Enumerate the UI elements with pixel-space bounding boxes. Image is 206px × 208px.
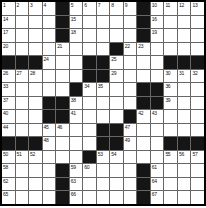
white-cell[interactable] bbox=[97, 97, 110, 110]
white-cell[interactable] bbox=[83, 29, 96, 42]
clue-number: 41 bbox=[71, 110, 76, 116]
white-cell[interactable]: 29 bbox=[110, 70, 123, 83]
white-cell[interactable] bbox=[29, 97, 42, 110]
white-cell[interactable]: 38 bbox=[70, 97, 83, 110]
white-cell[interactable] bbox=[56, 137, 69, 150]
black-cell bbox=[137, 16, 150, 29]
clue-number: 14 bbox=[3, 16, 8, 22]
white-cell[interactable] bbox=[70, 137, 83, 150]
black-cell bbox=[178, 137, 191, 150]
white-cell[interactable]: 56 bbox=[178, 151, 191, 164]
black-cell bbox=[56, 164, 69, 177]
white-cell[interactable]: 28 bbox=[29, 70, 42, 83]
crossword-grid[interactable]: 1234567891011121314151617181920212223242… bbox=[0, 0, 206, 206]
clue-number: 9 bbox=[125, 2, 127, 8]
white-cell[interactable] bbox=[29, 83, 42, 96]
white-cell[interactable]: 27 bbox=[16, 70, 29, 83]
black-cell bbox=[70, 83, 83, 96]
clue-number: 19 bbox=[152, 29, 157, 35]
white-cell[interactable]: 10 bbox=[151, 2, 164, 15]
black-cell bbox=[191, 137, 204, 150]
white-cell[interactable] bbox=[178, 43, 191, 56]
white-cell[interactable] bbox=[137, 137, 150, 150]
clue-number: 28 bbox=[30, 70, 35, 76]
white-cell[interactable] bbox=[56, 83, 69, 96]
white-cell[interactable] bbox=[16, 43, 29, 56]
clue-number: 62 bbox=[3, 178, 8, 184]
white-cell[interactable]: 45 bbox=[43, 124, 56, 137]
black-cell bbox=[56, 191, 69, 204]
white-cell[interactable] bbox=[124, 83, 137, 96]
clue-number: 43 bbox=[152, 110, 157, 116]
white-cell[interactable] bbox=[164, 164, 177, 177]
white-cell[interactable] bbox=[110, 110, 123, 123]
clue-number: 7 bbox=[98, 2, 100, 8]
white-cell[interactable] bbox=[191, 97, 204, 110]
clue-number: 22 bbox=[125, 43, 130, 49]
white-cell[interactable] bbox=[164, 191, 177, 204]
white-cell[interactable]: 60 bbox=[83, 164, 96, 177]
white-cell[interactable]: 3 bbox=[29, 2, 42, 15]
clue-number: 52 bbox=[30, 151, 35, 157]
white-cell[interactable]: 59 bbox=[70, 164, 83, 177]
white-cell[interactable] bbox=[124, 70, 137, 83]
white-cell[interactable]: 11 bbox=[164, 2, 177, 15]
white-cell[interactable]: 42 bbox=[137, 110, 150, 123]
black-cell bbox=[137, 178, 150, 191]
white-cell[interactable]: 63 bbox=[70, 178, 83, 191]
white-cell[interactable]: 44 bbox=[2, 124, 15, 137]
white-cell[interactable]: 5 bbox=[70, 2, 83, 15]
clue-number: 31 bbox=[179, 70, 184, 76]
white-cell[interactable]: 17 bbox=[2, 29, 15, 42]
black-cell bbox=[151, 83, 164, 96]
clue-number: 59 bbox=[71, 164, 76, 170]
white-cell[interactable] bbox=[70, 151, 83, 164]
white-cell[interactable]: 62 bbox=[2, 178, 15, 191]
white-cell[interactable]: 4 bbox=[43, 2, 56, 15]
clue-number: 21 bbox=[57, 43, 62, 49]
white-cell[interactable] bbox=[164, 43, 177, 56]
white-cell[interactable] bbox=[191, 29, 204, 42]
clue-number: 15 bbox=[71, 16, 76, 22]
clue-number: 54 bbox=[111, 151, 116, 157]
clue-number: 23 bbox=[138, 43, 143, 49]
clue-number: 65 bbox=[3, 191, 8, 197]
white-cell[interactable]: 19 bbox=[151, 29, 164, 42]
white-cell[interactable] bbox=[151, 43, 164, 56]
white-cell[interactable]: 46 bbox=[56, 124, 69, 137]
clue-number: 45 bbox=[44, 124, 49, 130]
white-cell[interactable] bbox=[178, 83, 191, 96]
black-cell bbox=[110, 124, 123, 137]
white-cell[interactable]: 23 bbox=[137, 43, 150, 56]
white-cell[interactable] bbox=[124, 191, 137, 204]
white-cell[interactable] bbox=[70, 43, 83, 56]
clue-number: 56 bbox=[179, 151, 184, 157]
black-cell bbox=[97, 137, 110, 150]
black-cell bbox=[83, 56, 96, 69]
black-cell bbox=[178, 56, 191, 69]
clue-number: 2 bbox=[17, 2, 19, 8]
white-cell[interactable] bbox=[83, 43, 96, 56]
white-cell[interactable] bbox=[16, 29, 29, 42]
white-cell[interactable] bbox=[124, 151, 137, 164]
black-cell bbox=[110, 137, 123, 150]
clue-number: 37 bbox=[3, 97, 8, 103]
clue-number: 57 bbox=[192, 151, 197, 157]
white-cell[interactable] bbox=[16, 178, 29, 191]
white-cell[interactable] bbox=[110, 83, 123, 96]
white-cell[interactable] bbox=[43, 16, 56, 29]
white-cell[interactable] bbox=[151, 70, 164, 83]
white-cell[interactable] bbox=[137, 70, 150, 83]
white-cell[interactable]: 20 bbox=[2, 43, 15, 56]
white-cell[interactable] bbox=[151, 151, 164, 164]
white-cell[interactable] bbox=[110, 178, 123, 191]
white-cell[interactable] bbox=[16, 110, 29, 123]
white-cell[interactable] bbox=[29, 43, 42, 56]
white-cell[interactable] bbox=[56, 70, 69, 83]
black-cell bbox=[29, 56, 42, 69]
white-cell[interactable] bbox=[43, 70, 56, 83]
white-cell[interactable] bbox=[16, 83, 29, 96]
black-cell bbox=[124, 110, 137, 123]
clue-number: 50 bbox=[3, 151, 8, 157]
white-cell[interactable]: 65 bbox=[2, 191, 15, 204]
white-cell[interactable] bbox=[151, 56, 164, 69]
clue-number: 47 bbox=[125, 124, 130, 130]
white-cell[interactable]: 55 bbox=[164, 151, 177, 164]
white-cell[interactable] bbox=[16, 124, 29, 137]
black-cell bbox=[164, 56, 177, 69]
white-cell[interactable] bbox=[164, 124, 177, 137]
clue-number: 16 bbox=[152, 16, 157, 22]
black-cell bbox=[97, 70, 110, 83]
white-cell[interactable]: 13 bbox=[191, 2, 204, 15]
clue-number: 25 bbox=[111, 56, 116, 62]
white-cell[interactable] bbox=[151, 124, 164, 137]
clue-number: 34 bbox=[84, 83, 89, 89]
black-cell bbox=[83, 70, 96, 83]
clue-number: 11 bbox=[165, 2, 170, 8]
clue-number: 36 bbox=[165, 83, 170, 89]
black-cell bbox=[29, 137, 42, 150]
white-cell[interactable] bbox=[178, 191, 191, 204]
clue-number: 20 bbox=[3, 43, 8, 49]
white-cell[interactable] bbox=[16, 191, 29, 204]
white-cell[interactable] bbox=[124, 97, 137, 110]
white-cell[interactable] bbox=[191, 16, 204, 29]
white-cell[interactable]: 51 bbox=[16, 151, 29, 164]
white-cell[interactable] bbox=[164, 29, 177, 42]
white-cell[interactable]: 18 bbox=[70, 29, 83, 42]
white-cell[interactable] bbox=[56, 56, 69, 69]
black-cell bbox=[164, 137, 177, 150]
white-cell[interactable]: 43 bbox=[151, 110, 164, 123]
white-cell[interactable] bbox=[83, 110, 96, 123]
clue-number: 30 bbox=[165, 70, 170, 76]
clue-number: 39 bbox=[165, 97, 170, 103]
white-cell[interactable]: 33 bbox=[2, 83, 15, 96]
clue-number: 42 bbox=[138, 110, 143, 116]
white-cell[interactable] bbox=[16, 164, 29, 177]
white-cell[interactable]: 16 bbox=[151, 16, 164, 29]
white-cell[interactable] bbox=[110, 16, 123, 29]
white-cell[interactable]: 7 bbox=[97, 2, 110, 15]
white-cell[interactable] bbox=[56, 151, 69, 164]
clue-number: 26 bbox=[3, 70, 8, 76]
white-cell[interactable] bbox=[97, 43, 110, 56]
white-cell[interactable] bbox=[70, 124, 83, 137]
white-cell[interactable] bbox=[83, 16, 96, 29]
white-cell[interactable] bbox=[83, 191, 96, 204]
black-cell bbox=[16, 56, 29, 69]
clue-number: 53 bbox=[98, 151, 103, 157]
white-cell[interactable] bbox=[97, 191, 110, 204]
clue-number: 38 bbox=[71, 97, 76, 103]
clue-number: 51 bbox=[17, 151, 22, 157]
white-cell[interactable] bbox=[29, 29, 42, 42]
white-cell[interactable] bbox=[97, 29, 110, 42]
white-cell[interactable]: 8 bbox=[110, 2, 123, 15]
white-cell[interactable] bbox=[164, 16, 177, 29]
white-cell[interactable]: 40 bbox=[2, 110, 15, 123]
white-cell[interactable]: 25 bbox=[110, 56, 123, 69]
white-cell[interactable]: 52 bbox=[29, 151, 42, 164]
white-cell[interactable] bbox=[70, 70, 83, 83]
white-cell[interactable] bbox=[43, 164, 56, 177]
clue-number: 60 bbox=[84, 164, 89, 170]
white-cell[interactable] bbox=[97, 16, 110, 29]
white-cell[interactable] bbox=[137, 56, 150, 69]
black-cell bbox=[43, 110, 56, 123]
clue-number: 46 bbox=[57, 124, 62, 130]
white-cell[interactable] bbox=[191, 110, 204, 123]
white-cell[interactable]: 47 bbox=[124, 124, 137, 137]
white-cell[interactable] bbox=[137, 124, 150, 137]
black-cell bbox=[110, 43, 123, 56]
black-cell bbox=[97, 124, 110, 137]
clue-number: 49 bbox=[125, 137, 130, 143]
white-cell[interactable]: 26 bbox=[2, 70, 15, 83]
clue-number: 55 bbox=[165, 151, 170, 157]
clue-number: 12 bbox=[179, 2, 184, 8]
black-cell bbox=[2, 137, 15, 150]
white-cell[interactable]: 9 bbox=[124, 2, 137, 15]
white-cell[interactable] bbox=[191, 43, 204, 56]
black-cell bbox=[151, 97, 164, 110]
clue-number: 44 bbox=[3, 124, 8, 130]
white-cell[interactable] bbox=[178, 97, 191, 110]
clue-number: 64 bbox=[152, 178, 157, 184]
clue-number: 32 bbox=[192, 70, 197, 76]
white-cell[interactable] bbox=[29, 16, 42, 29]
white-cell[interactable]: 57 bbox=[191, 151, 204, 164]
white-cell[interactable]: 64 bbox=[151, 178, 164, 191]
white-cell[interactable] bbox=[70, 56, 83, 69]
white-cell[interactable] bbox=[191, 124, 204, 137]
white-cell[interactable] bbox=[29, 110, 42, 123]
black-cell bbox=[56, 2, 69, 15]
white-cell[interactable]: 12 bbox=[178, 2, 191, 15]
white-cell[interactable] bbox=[83, 97, 96, 110]
clue-number: 58 bbox=[3, 164, 8, 170]
white-cell[interactable] bbox=[191, 164, 204, 177]
white-cell[interactable]: 30 bbox=[164, 70, 177, 83]
white-cell[interactable] bbox=[151, 137, 164, 150]
white-cell[interactable] bbox=[178, 178, 191, 191]
clue-number: 1 bbox=[3, 2, 5, 8]
black-cell bbox=[56, 97, 69, 110]
black-cell bbox=[83, 151, 96, 164]
white-cell[interactable] bbox=[43, 29, 56, 42]
white-cell[interactable]: 22 bbox=[124, 43, 137, 56]
black-cell bbox=[43, 97, 56, 110]
black-cell bbox=[97, 56, 110, 69]
white-cell[interactable] bbox=[191, 178, 204, 191]
white-cell[interactable]: 50 bbox=[2, 151, 15, 164]
white-cell[interactable] bbox=[43, 178, 56, 191]
clue-number: 4 bbox=[44, 2, 46, 8]
white-cell[interactable]: 14 bbox=[2, 16, 15, 29]
white-cell[interactable]: 49 bbox=[124, 137, 137, 150]
clue-number: 13 bbox=[192, 2, 197, 8]
clue-number: 5 bbox=[71, 2, 73, 8]
white-cell[interactable] bbox=[178, 16, 191, 29]
white-cell[interactable] bbox=[110, 191, 123, 204]
white-cell[interactable] bbox=[110, 29, 123, 42]
white-cell[interactable]: 15 bbox=[70, 16, 83, 29]
clue-number: 63 bbox=[71, 178, 76, 184]
white-cell[interactable] bbox=[124, 29, 137, 42]
white-cell[interactable] bbox=[137, 151, 150, 164]
white-cell[interactable]: 36 bbox=[164, 83, 177, 96]
clue-number: 29 bbox=[111, 70, 116, 76]
white-cell[interactable] bbox=[97, 110, 110, 123]
black-cell bbox=[137, 191, 150, 204]
black-cell bbox=[16, 137, 29, 150]
black-cell bbox=[56, 178, 69, 191]
black-cell bbox=[137, 164, 150, 177]
white-cell[interactable] bbox=[83, 137, 96, 150]
clue-number: 33 bbox=[3, 83, 8, 89]
white-cell[interactable]: 31 bbox=[178, 70, 191, 83]
clue-number: 24 bbox=[44, 56, 49, 62]
white-cell[interactable] bbox=[29, 164, 42, 177]
white-cell[interactable] bbox=[43, 191, 56, 204]
white-cell[interactable]: 35 bbox=[97, 83, 110, 96]
black-cell bbox=[56, 29, 69, 42]
white-cell[interactable] bbox=[178, 110, 191, 123]
black-cell bbox=[137, 97, 150, 110]
white-cell[interactable]: 54 bbox=[110, 151, 123, 164]
white-cell[interactable]: 66 bbox=[70, 191, 83, 204]
white-cell[interactable] bbox=[164, 178, 177, 191]
white-cell[interactable]: 21 bbox=[56, 43, 69, 56]
white-cell[interactable] bbox=[124, 16, 137, 29]
white-cell[interactable] bbox=[124, 178, 137, 191]
white-cell[interactable]: 48 bbox=[43, 137, 56, 150]
white-cell[interactable] bbox=[29, 178, 42, 191]
black-cell bbox=[2, 56, 15, 69]
black-cell bbox=[137, 29, 150, 42]
white-cell[interactable] bbox=[97, 164, 110, 177]
white-cell[interactable]: 6 bbox=[83, 2, 96, 15]
white-cell[interactable]: 24 bbox=[43, 56, 56, 69]
white-cell[interactable] bbox=[191, 83, 204, 96]
black-cell bbox=[137, 2, 150, 15]
white-cell[interactable] bbox=[29, 124, 42, 137]
white-cell[interactable] bbox=[29, 191, 42, 204]
white-cell[interactable] bbox=[124, 164, 137, 177]
black-cell bbox=[191, 56, 204, 69]
white-cell[interactable]: 39 bbox=[164, 97, 177, 110]
white-cell[interactable] bbox=[16, 97, 29, 110]
clue-number: 27 bbox=[17, 70, 22, 76]
clue-number: 40 bbox=[3, 110, 8, 116]
white-cell[interactable]: 53 bbox=[97, 151, 110, 164]
clue-number: 66 bbox=[71, 191, 76, 197]
white-cell[interactable] bbox=[43, 151, 56, 164]
white-cell[interactable]: 2 bbox=[16, 2, 29, 15]
clue-number: 61 bbox=[152, 164, 157, 170]
white-cell[interactable]: 34 bbox=[83, 83, 96, 96]
white-cell[interactable] bbox=[178, 164, 191, 177]
white-cell[interactable] bbox=[124, 56, 137, 69]
white-cell[interactable]: 61 bbox=[151, 164, 164, 177]
clue-number: 17 bbox=[3, 29, 8, 35]
clue-number: 67 bbox=[152, 191, 157, 197]
clue-number: 48 bbox=[44, 137, 49, 143]
black-cell bbox=[56, 110, 69, 123]
white-cell[interactable]: 32 bbox=[191, 70, 204, 83]
white-cell[interactable] bbox=[164, 110, 177, 123]
white-cell[interactable] bbox=[43, 43, 56, 56]
white-cell[interactable] bbox=[178, 29, 191, 42]
clue-number: 18 bbox=[71, 29, 76, 35]
white-cell[interactable] bbox=[110, 164, 123, 177]
clue-number: 10 bbox=[152, 2, 157, 8]
white-cell[interactable] bbox=[178, 124, 191, 137]
white-cell[interactable]: 67 bbox=[151, 191, 164, 204]
white-cell[interactable] bbox=[83, 178, 96, 191]
white-cell[interactable]: 41 bbox=[70, 110, 83, 123]
white-cell[interactable]: 37 bbox=[2, 97, 15, 110]
black-cell bbox=[137, 83, 150, 96]
white-cell[interactable] bbox=[43, 83, 56, 96]
white-cell[interactable] bbox=[16, 16, 29, 29]
white-cell[interactable] bbox=[191, 191, 204, 204]
white-cell[interactable]: 58 bbox=[2, 164, 15, 177]
clue-number: 8 bbox=[111, 2, 113, 8]
white-cell[interactable] bbox=[97, 178, 110, 191]
white-cell[interactable] bbox=[110, 97, 123, 110]
white-cell[interactable]: 1 bbox=[2, 2, 15, 15]
black-cell bbox=[56, 16, 69, 29]
clue-number: 6 bbox=[84, 2, 86, 8]
clue-number: 35 bbox=[98, 83, 103, 89]
clue-number: 3 bbox=[30, 2, 32, 8]
white-cell[interactable] bbox=[83, 124, 96, 137]
